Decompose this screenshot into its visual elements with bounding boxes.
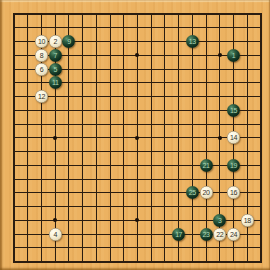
stone-black-5: 5	[49, 63, 62, 76]
stone-black-21: 21	[200, 159, 213, 172]
move-number-label: 5	[53, 65, 57, 72]
move-number-label: 8	[40, 52, 44, 59]
stone-white-24: 24	[227, 228, 240, 241]
star-point	[135, 53, 139, 57]
star-point	[135, 218, 139, 222]
stone-white-18: 18	[241, 214, 254, 227]
move-number-label: 25	[189, 189, 196, 196]
grid-line-vertical	[206, 13, 207, 263]
move-number-label: 15	[230, 107, 237, 114]
star-point	[53, 136, 57, 140]
stone-black-1: 1	[227, 49, 240, 62]
move-number-label: 16	[230, 189, 237, 196]
stone-black-25: 25	[186, 186, 199, 199]
grid-line-vertical	[164, 13, 165, 263]
stone-white-6: 6	[35, 63, 48, 76]
stone-black-19: 19	[227, 159, 240, 172]
move-number-label: 9	[67, 38, 71, 45]
move-number-label: 3	[218, 217, 222, 224]
grid-line-horizontal	[13, 192, 262, 193]
stone-black-9: 9	[62, 35, 75, 48]
stone-black-7: 7	[49, 49, 62, 62]
star-point	[218, 136, 222, 140]
stone-black-13: 13	[186, 35, 199, 48]
stone-white-12: 12	[35, 90, 48, 103]
move-number-label: 24	[230, 230, 237, 237]
move-number-label: 17	[175, 230, 182, 237]
stone-white-2: 2	[49, 35, 62, 48]
grid-line-horizontal	[13, 151, 262, 152]
stone-black-3: 3	[213, 214, 226, 227]
move-number-label: 4	[53, 230, 57, 237]
move-number-label: 19	[230, 162, 237, 169]
move-number-label: 18	[244, 217, 251, 224]
stone-black-17: 17	[172, 228, 185, 241]
grid-line-vertical	[192, 13, 193, 263]
grid-line-horizontal	[13, 247, 262, 248]
move-number-label: 1	[232, 52, 236, 59]
move-number-label: 7	[53, 52, 57, 59]
grid-line-vertical	[260, 13, 262, 263]
move-number-label: 14	[230, 134, 237, 141]
stone-white-20: 20	[200, 186, 213, 199]
move-number-label: 6	[40, 65, 44, 72]
stone-white-8: 8	[35, 49, 48, 62]
grid-line-horizontal	[13, 206, 262, 207]
grid-line-horizontal	[13, 261, 262, 263]
star-point	[135, 136, 139, 140]
move-number-label: 2	[53, 38, 57, 45]
move-number-label: 20	[203, 189, 210, 196]
move-number-label: 11	[52, 79, 58, 86]
stone-white-16: 16	[227, 186, 240, 199]
move-number-label: 23	[203, 230, 210, 237]
go-board[interactable]: 1234567891011121314151617181920212223242…	[0, 0, 270, 270]
stone-white-14: 14	[227, 131, 240, 144]
grid-line-vertical	[178, 13, 179, 263]
stone-black-23: 23	[200, 228, 213, 241]
move-number-label: 13	[189, 38, 196, 45]
grid-line-horizontal	[13, 179, 262, 180]
grid-line-horizontal	[13, 165, 262, 166]
move-number-label: 21	[203, 162, 210, 169]
stone-black-11: 11	[49, 76, 62, 89]
move-number-label: 10	[38, 38, 45, 45]
move-number-label: 22	[216, 230, 223, 237]
star-point	[218, 53, 222, 57]
grid-line-vertical	[151, 13, 152, 263]
stone-black-15: 15	[227, 104, 240, 117]
stone-white-22: 22	[213, 228, 226, 241]
stone-white-4: 4	[49, 228, 62, 241]
star-point	[53, 218, 57, 222]
stone-white-10: 10	[35, 35, 48, 48]
move-number-label: 12	[38, 93, 45, 100]
